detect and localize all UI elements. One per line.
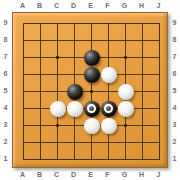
intersection-G3[interactable]	[117, 117, 134, 134]
intersection-A7[interactable]	[15, 49, 32, 66]
intersection-J5[interactable]	[151, 83, 168, 100]
row-labels-right: 987654321	[169, 14, 180, 167]
intersection-A8[interactable]	[15, 32, 32, 49]
intersection-H4[interactable]	[134, 100, 151, 117]
intersection-H6[interactable]	[134, 66, 151, 83]
intersection-E2[interactable]	[83, 134, 100, 151]
black-stone-E7	[84, 50, 100, 66]
intersection-E5[interactable]	[83, 83, 100, 100]
row-label-right-7: 7	[169, 48, 180, 65]
intersection-J9[interactable]	[151, 15, 168, 32]
col-label-top-F: F	[99, 0, 116, 11]
intersection-E8[interactable]	[83, 32, 100, 49]
intersection-C4[interactable]	[49, 100, 66, 117]
intersection-B2[interactable]	[32, 134, 49, 151]
col-label-top-H: H	[133, 0, 150, 11]
col-label-top-D: D	[65, 0, 82, 11]
intersection-D6[interactable]	[66, 66, 83, 83]
row-label-left-5: 5	[0, 82, 11, 99]
black-stone-E6	[84, 67, 100, 83]
intersection-F3[interactable]	[100, 117, 117, 134]
intersection-H3[interactable]	[134, 117, 151, 134]
col-label-bottom-D: D	[65, 169, 82, 180]
intersection-F5[interactable]	[100, 83, 117, 100]
intersection-J2[interactable]	[151, 134, 168, 151]
go-board	[12, 12, 168, 168]
white-stone-C4	[50, 101, 66, 117]
row-label-right-9: 9	[169, 14, 180, 31]
intersection-F7[interactable]	[100, 49, 117, 66]
intersection-G6[interactable]	[117, 66, 134, 83]
row-label-right-8: 8	[169, 31, 180, 48]
intersection-C7[interactable]	[49, 49, 66, 66]
black-stone-D5	[67, 84, 83, 100]
intersection-G2[interactable]	[117, 134, 134, 151]
row-label-right-5: 5	[169, 82, 180, 99]
col-label-top-C: C	[48, 0, 65, 11]
intersection-F6[interactable]	[100, 66, 117, 83]
intersection-H9[interactable]	[134, 15, 151, 32]
intersection-B4[interactable]	[32, 100, 49, 117]
intersection-B6[interactable]	[32, 66, 49, 83]
intersection-F1[interactable]	[100, 151, 117, 168]
col-label-top-E: E	[82, 0, 99, 11]
intersection-J8[interactable]	[151, 32, 168, 49]
white-stone-G4	[118, 101, 134, 117]
row-label-right-6: 6	[169, 65, 180, 82]
intersection-J6[interactable]	[151, 66, 168, 83]
col-label-bottom-A: A	[14, 169, 31, 180]
white-stone-G5	[118, 84, 134, 100]
intersection-G7[interactable]	[117, 49, 134, 66]
col-label-bottom-C: C	[48, 169, 65, 180]
intersection-E7[interactable]	[83, 49, 100, 66]
intersection-G9[interactable]	[117, 15, 134, 32]
white-stone-E3	[84, 118, 100, 134]
col-label-bottom-E: E	[82, 169, 99, 180]
intersection-H8[interactable]	[134, 32, 151, 49]
intersection-B9[interactable]	[32, 15, 49, 32]
intersection-A1[interactable]	[15, 151, 32, 168]
go-board-screenshot: ABCDEFGHJ 987654321 987654321 ABCDEFGHJ	[0, 0, 180, 180]
intersection-A2[interactable]	[15, 134, 32, 151]
intersection-J7[interactable]	[151, 49, 168, 66]
board-play-area	[15, 15, 168, 168]
white-stone-D4	[67, 101, 83, 117]
intersection-D3[interactable]	[66, 117, 83, 134]
col-label-bottom-F: F	[99, 169, 116, 180]
intersection-A3[interactable]	[15, 117, 32, 134]
intersection-H5[interactable]	[134, 83, 151, 100]
col-label-bottom-G: G	[116, 169, 133, 180]
intersection-E4[interactable]	[83, 100, 100, 117]
intersection-D9[interactable]	[66, 15, 83, 32]
intersection-H7[interactable]	[134, 49, 151, 66]
board-grid	[15, 15, 168, 168]
intersection-G8[interactable]	[117, 32, 134, 49]
white-stone-F3	[101, 118, 117, 134]
row-label-right-2: 2	[169, 133, 180, 150]
intersection-B7[interactable]	[32, 49, 49, 66]
intersection-G4[interactable]	[117, 100, 134, 117]
intersection-F4[interactable]	[100, 100, 117, 117]
black-stone-F4	[101, 101, 117, 117]
col-label-top-A: A	[14, 0, 31, 11]
black-stone-E4	[84, 101, 100, 117]
row-label-left-4: 4	[0, 99, 11, 116]
row-label-right-4: 4	[169, 99, 180, 116]
col-label-bottom-B: B	[31, 169, 48, 180]
intersection-J1[interactable]	[151, 151, 168, 168]
intersection-F8[interactable]	[100, 32, 117, 49]
white-stone-F6	[101, 67, 117, 83]
row-label-left-9: 9	[0, 14, 11, 31]
column-labels-top: ABCDEFGHJ	[14, 0, 167, 11]
intersection-H2[interactable]	[134, 134, 151, 151]
col-label-top-G: G	[116, 0, 133, 11]
row-label-right-3: 3	[169, 116, 180, 133]
intersection-J4[interactable]	[151, 100, 168, 117]
intersection-C1[interactable]	[49, 151, 66, 168]
intersection-C6[interactable]	[49, 66, 66, 83]
intersection-E1[interactable]	[83, 151, 100, 168]
intersection-A9[interactable]	[15, 15, 32, 32]
intersection-B8[interactable]	[32, 32, 49, 49]
intersection-D8[interactable]	[66, 32, 83, 49]
intersection-C3[interactable]	[49, 117, 66, 134]
intersection-F9[interactable]	[100, 15, 117, 32]
col-label-top-B: B	[31, 0, 48, 11]
intersection-B1[interactable]	[32, 151, 49, 168]
col-label-top-J: J	[150, 0, 167, 11]
col-label-bottom-H: H	[133, 169, 150, 180]
intersection-E9[interactable]	[83, 15, 100, 32]
intersection-A5[interactable]	[15, 83, 32, 100]
row-label-left-3: 3	[0, 116, 11, 133]
intersection-C2[interactable]	[49, 134, 66, 151]
intersection-G5[interactable]	[117, 83, 134, 100]
circle-marker-E4	[87, 104, 96, 113]
intersection-J3[interactable]	[151, 117, 168, 134]
intersection-E6[interactable]	[83, 66, 100, 83]
intersection-C9[interactable]	[49, 15, 66, 32]
circle-marker-F4	[104, 104, 113, 113]
intersection-D4[interactable]	[66, 100, 83, 117]
intersection-D1[interactable]	[66, 151, 83, 168]
row-labels-left: 987654321	[0, 14, 11, 167]
intersection-F2[interactable]	[100, 134, 117, 151]
intersection-A4[interactable]	[15, 100, 32, 117]
intersection-B3[interactable]	[32, 117, 49, 134]
intersection-B5[interactable]	[32, 83, 49, 100]
intersection-C8[interactable]	[49, 32, 66, 49]
intersection-G1[interactable]	[117, 151, 134, 168]
row-label-left-2: 2	[0, 133, 11, 150]
intersection-H1[interactable]	[134, 151, 151, 168]
intersection-C5[interactable]	[49, 83, 66, 100]
col-label-bottom-J: J	[150, 169, 167, 180]
row-label-right-1: 1	[169, 150, 180, 167]
intersection-A6[interactable]	[15, 66, 32, 83]
column-labels-bottom: ABCDEFGHJ	[14, 169, 167, 180]
row-label-left-7: 7	[0, 48, 11, 65]
intersection-D7[interactable]	[66, 49, 83, 66]
intersection-D2[interactable]	[66, 134, 83, 151]
intersection-E3[interactable]	[83, 117, 100, 134]
row-label-left-1: 1	[0, 150, 11, 167]
intersection-D5[interactable]	[66, 83, 83, 100]
row-label-left-8: 8	[0, 31, 11, 48]
row-label-left-6: 6	[0, 65, 11, 82]
